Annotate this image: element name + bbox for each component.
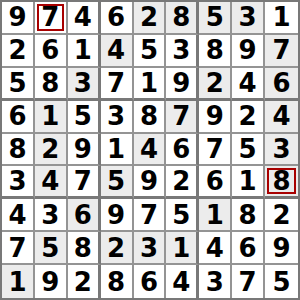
cell-digit: 5 — [172, 202, 190, 228]
sudoku-cell[interactable]: 1 — [199, 199, 232, 232]
cell-digit: 3 — [41, 202, 59, 228]
cell-digit: 8 — [172, 4, 190, 30]
sudoku-cell[interactable]: 1 — [68, 35, 101, 68]
cell-digit: 5 — [273, 269, 291, 295]
cell-digit: 7 — [107, 70, 125, 96]
cell-digit: 8 — [41, 70, 59, 96]
sudoku-cell[interactable]: 8 — [101, 265, 134, 298]
cell-digit: 5 — [107, 168, 125, 194]
cell-digit: 3 — [273, 136, 291, 162]
cell-digit: 7 — [239, 269, 257, 295]
sudoku-cell[interactable]: 3 — [35, 199, 68, 232]
cell-digit: 7 — [172, 103, 190, 129]
cell-digit: 2 — [206, 70, 224, 96]
cell-digit: 2 — [140, 4, 158, 30]
sudoku-cell[interactable]: 8 — [35, 68, 68, 101]
cell-digit: 2 — [41, 136, 59, 162]
cell-digit: 7 — [206, 136, 224, 162]
sudoku-cell[interactable]: 5 — [265, 265, 298, 298]
cell-digit: 1 — [140, 70, 158, 96]
cell-digit: 6 — [273, 70, 291, 96]
sudoku-cell[interactable]: 4 — [232, 68, 265, 101]
cell-digit: 2 — [273, 202, 291, 228]
cell-digit: 4 — [140, 136, 158, 162]
sudoku-cell[interactable]: 3 — [101, 101, 134, 134]
cell-digit: 4 — [8, 202, 26, 228]
cell-digit: 8 — [107, 269, 125, 295]
cell-digit: 9 — [172, 70, 190, 96]
cell-digit: 5 — [206, 4, 224, 30]
cell-digit: 3 — [140, 235, 158, 261]
cell-digit: 8 — [206, 37, 224, 63]
sudoku-cell[interactable]: 7 — [35, 2, 68, 35]
sudoku-cell[interactable]: 8 — [134, 101, 167, 134]
cell-digit: 9 — [273, 235, 291, 261]
sudoku-cell[interactable]: 3 — [134, 232, 167, 265]
sudoku-cell[interactable]: 5 — [232, 134, 265, 167]
cell-digit: 6 — [41, 37, 59, 63]
sudoku-cell[interactable]: 2 — [68, 265, 101, 298]
cell-digit: 1 — [74, 37, 92, 63]
cell-digit: 1 — [172, 235, 190, 261]
sudoku-cell[interactable]: 6 — [134, 265, 167, 298]
sudoku-cell[interactable]: 7 — [199, 134, 232, 167]
cell-digit: 5 — [41, 235, 59, 261]
sudoku-cell[interactable]: 1 — [101, 134, 134, 167]
sudoku-cell[interactable]: 9 — [199, 101, 232, 134]
sudoku-cell[interactable]: 7 — [134, 199, 167, 232]
sudoku-cell[interactable]: 6 — [199, 166, 232, 199]
cell-digit: 6 — [206, 168, 224, 194]
sudoku-cell[interactable]: 9 — [166, 68, 199, 101]
sudoku-cell[interactable]: 9 — [101, 199, 134, 232]
sudoku-cell[interactable]: 5 — [101, 166, 134, 199]
cell-digit: 5 — [74, 103, 92, 129]
sudoku-cell[interactable]: 8 — [166, 2, 199, 35]
sudoku-cell[interactable]: 4 — [2, 199, 35, 232]
cell-digit: 5 — [140, 37, 158, 63]
sudoku-cell[interactable]: 8 — [2, 134, 35, 167]
cell-digit: 8 — [8, 136, 26, 162]
sudoku-cell[interactable]: 3 — [232, 2, 265, 35]
cell-digit: 1 — [206, 202, 224, 228]
sudoku-cell[interactable]: 6 — [68, 199, 101, 232]
sudoku-cell[interactable]: 1 — [35, 101, 68, 134]
sudoku-cell[interactable]: 7 — [101, 68, 134, 101]
cell-digit: 6 — [8, 103, 26, 129]
sudoku-cell[interactable]: 3 — [166, 35, 199, 68]
sudoku-cell[interactable]: 4 — [134, 134, 167, 167]
sudoku-cell[interactable]: 2 — [166, 166, 199, 199]
sudoku-cell[interactable]: 1 — [2, 265, 35, 298]
sudoku-cell[interactable]: 1 — [134, 68, 167, 101]
sudoku-cell[interactable]: 5 — [68, 101, 101, 134]
cell-digit: 3 — [8, 168, 26, 194]
sudoku-cell[interactable]: 2 — [199, 68, 232, 101]
sudoku-cell[interactable]: 2 — [265, 199, 298, 232]
sudoku-cell[interactable]: 9 — [68, 134, 101, 167]
cell-digit: 6 — [74, 202, 92, 228]
sudoku-cell[interactable]: 4 — [265, 101, 298, 134]
sudoku-cell[interactable]: 6 — [265, 68, 298, 101]
cell-digit: 6 — [107, 4, 125, 30]
cell-digit: 9 — [239, 37, 257, 63]
sudoku-cell[interactable]: 7 — [2, 232, 35, 265]
sudoku-cell[interactable]: 3 — [265, 134, 298, 167]
sudoku-cell[interactable]: 1 — [232, 166, 265, 199]
sudoku-cell[interactable]: 4 — [68, 2, 101, 35]
cell-digit: 1 — [41, 103, 59, 129]
sudoku-cell[interactable]: 7 — [232, 265, 265, 298]
sudoku-cell[interactable]: 2 — [35, 134, 68, 167]
cell-digit: 1 — [8, 269, 26, 295]
sudoku-cell[interactable]: 6 — [232, 232, 265, 265]
cell-digit: 4 — [239, 70, 257, 96]
cell-digit: 2 — [107, 235, 125, 261]
sudoku-cell[interactable]: 5 — [199, 2, 232, 35]
sudoku-cell[interactable]: 6 — [101, 2, 134, 35]
sudoku-cell[interactable]: 6 — [166, 134, 199, 167]
cell-digit: 7 — [41, 4, 59, 30]
sudoku-cell[interactable]: 8 — [265, 166, 298, 199]
sudoku-cell[interactable]: 2 — [232, 101, 265, 134]
sudoku-cell[interactable]: 9 — [134, 166, 167, 199]
cell-digit: 9 — [107, 202, 125, 228]
sudoku-cell[interactable]: 3 — [199, 265, 232, 298]
cell-digit: 4 — [74, 4, 92, 30]
sudoku-cell[interactable]: 7 — [166, 101, 199, 134]
sudoku-cell[interactable]: 6 — [2, 101, 35, 134]
sudoku-cell[interactable]: 9 — [35, 265, 68, 298]
sudoku-cell[interactable]: 1 — [265, 2, 298, 35]
sudoku-cell[interactable]: 4 — [101, 35, 134, 68]
sudoku-cell[interactable]: 2 — [134, 2, 167, 35]
sudoku-cell[interactable]: 5 — [2, 68, 35, 101]
sudoku-cell[interactable]: 7 — [68, 166, 101, 199]
cell-digit: 1 — [273, 4, 291, 30]
sudoku-cell[interactable]: 8 — [232, 199, 265, 232]
cell-digit: 2 — [8, 37, 26, 63]
cell-digit: 3 — [74, 70, 92, 96]
cell-digit: 9 — [206, 103, 224, 129]
cell-digit: 8 — [273, 168, 291, 194]
sudoku-cell[interactable]: 5 — [166, 199, 199, 232]
sudoku-cell[interactable]: 6 — [35, 35, 68, 68]
cell-digit: 2 — [74, 269, 92, 295]
cell-digit: 3 — [107, 103, 125, 129]
sudoku-cell[interactable]: 1 — [166, 232, 199, 265]
sudoku-cell[interactable]: 3 — [68, 68, 101, 101]
cell-digit: 7 — [140, 202, 158, 228]
cell-digit: 3 — [172, 37, 190, 63]
cell-digit: 6 — [172, 136, 190, 162]
cell-digit: 3 — [206, 269, 224, 295]
sudoku-cell[interactable]: 9 — [232, 35, 265, 68]
cell-digit: 6 — [239, 235, 257, 261]
cell-digit: 9 — [8, 4, 26, 30]
sudoku-cell[interactable]: 4 — [166, 265, 199, 298]
sudoku-cell[interactable]: 3 — [2, 166, 35, 199]
cell-digit: 4 — [273, 103, 291, 129]
sudoku-cell[interactable]: 7 — [265, 35, 298, 68]
cell-digit: 4 — [41, 168, 59, 194]
sudoku-cell[interactable]: 4 — [35, 166, 68, 199]
cell-digit: 9 — [140, 168, 158, 194]
cell-digit: 5 — [8, 70, 26, 96]
cell-digit: 7 — [74, 168, 92, 194]
sudoku-cell[interactable]: 5 — [134, 35, 167, 68]
cell-digit: 1 — [107, 136, 125, 162]
cell-digit: 4 — [172, 269, 190, 295]
sudoku-cell[interactable]: 4 — [199, 232, 232, 265]
sudoku-cell[interactable]: 9 — [265, 232, 298, 265]
cell-digit: 2 — [239, 103, 257, 129]
sudoku-cell[interactable]: 2 — [101, 232, 134, 265]
cell-digit: 2 — [172, 168, 190, 194]
sudoku-board: 9746285312614538975837192466153879248291… — [0, 0, 300, 300]
cell-digit: 7 — [273, 37, 291, 63]
cell-digit: 9 — [41, 269, 59, 295]
sudoku-cell[interactable]: 8 — [68, 232, 101, 265]
cell-digit: 8 — [239, 202, 257, 228]
sudoku-cell[interactable]: 2 — [2, 35, 35, 68]
cell-digit: 3 — [239, 4, 257, 30]
cell-digit: 4 — [107, 37, 125, 63]
sudoku-cell[interactable]: 5 — [35, 232, 68, 265]
cell-digit: 1 — [239, 168, 257, 194]
cell-digit: 5 — [239, 136, 257, 162]
cell-digit: 4 — [206, 235, 224, 261]
cell-digit: 6 — [140, 269, 158, 295]
sudoku-cell[interactable]: 8 — [199, 35, 232, 68]
cell-digit: 9 — [74, 136, 92, 162]
cell-digit: 7 — [8, 235, 26, 261]
sudoku-cell[interactable]: 9 — [2, 2, 35, 35]
cell-digit: 8 — [140, 103, 158, 129]
cell-digit: 8 — [74, 235, 92, 261]
